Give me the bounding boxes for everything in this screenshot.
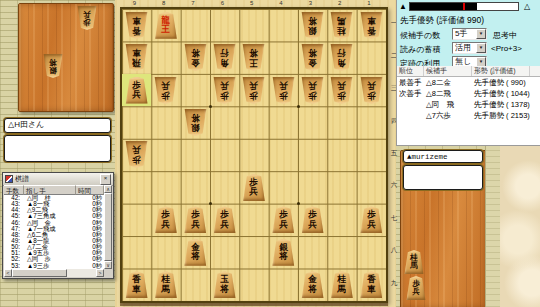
- sente-player-name: ▲murizeme: [403, 150, 483, 163]
- evaluation-text: 先手優勢 (評価値 990): [400, 15, 484, 27]
- shogi-piece-歩兵[interactable]: 歩兵: [154, 77, 177, 104]
- col-move-number: 手数: [4, 185, 24, 195]
- option-label-candidates: 候補手の数: [400, 30, 440, 41]
- shogi-piece-桂馬[interactable]: 桂馬: [154, 271, 177, 298]
- dropdown-value: 活用: [455, 43, 471, 53]
- shogi-piece-歩兵[interactable]: 歩兵: [272, 77, 295, 104]
- evaluation-bar-marker: [463, 3, 465, 10]
- kifu-column-headers: 手数 指し手 時間: [4, 185, 104, 195]
- gote-captured-tray: 歩兵銀将: [18, 3, 114, 112]
- shogi-piece-歩兵[interactable]: 歩兵: [125, 141, 148, 168]
- shogi-piece-金将[interactable]: 金将: [184, 239, 207, 266]
- evaluation-bar-fill: [410, 3, 477, 10]
- col-time: 時間: [76, 185, 104, 195]
- gote-mark-icon: △: [524, 2, 530, 11]
- file-label: 4: [279, 0, 282, 7]
- file-label: 8: [162, 0, 165, 7]
- kifu-window-icon: [5, 175, 13, 183]
- shogi-piece-銀将[interactable]: 銀将: [184, 109, 207, 136]
- gote-info-box: [4, 135, 111, 162]
- shogi-piece-香車[interactable]: 香車: [125, 12, 148, 39]
- file-label: 1: [367, 0, 370, 7]
- shogi-piece-金将[interactable]: 金将: [301, 271, 324, 298]
- shogi-piece-歩兵[interactable]: 歩兵: [301, 77, 324, 104]
- shogi-piece-歩兵[interactable]: 歩兵: [213, 206, 236, 233]
- engine-level: <Pro+3>: [491, 44, 522, 53]
- shogi-piece-飛車[interactable]: 飛車: [125, 44, 148, 71]
- shogi-piece-銀将[interactable]: 銀将: [43, 54, 63, 78]
- shogi-piece-金将[interactable]: 金将: [184, 44, 207, 71]
- kifu-horizontal-scrollbar[interactable]: < >: [4, 269, 104, 277]
- shogi-piece-龍王[interactable]: 龍王: [154, 12, 177, 39]
- kifu-vertical-scrollbar[interactable]: ∧ ∨: [104, 185, 112, 269]
- scroll-down-icon[interactable]: ∨: [104, 261, 112, 269]
- candidate-move-row[interactable]: 次善手△8二飛先手優勢 ( 1044): [397, 88, 540, 99]
- shogi-piece-歩兵[interactable]: 歩兵: [301, 206, 324, 233]
- rank-label: 九: [390, 279, 398, 288]
- file-label: 7: [191, 0, 194, 7]
- board-star-point: [209, 202, 212, 205]
- shogi-piece-歩兵[interactable]: 歩兵: [360, 206, 383, 233]
- shogi-piece-歩兵[interactable]: 歩兵: [406, 276, 426, 300]
- sente-mark-icon: ▲: [399, 2, 407, 11]
- shogi-piece-歩兵[interactable]: 歩兵: [154, 206, 177, 233]
- shogi-piece-香車[interactable]: 香車: [125, 271, 148, 298]
- file-label: 6: [221, 0, 224, 7]
- board-star-point: [297, 105, 300, 108]
- file-label: 2: [338, 0, 341, 7]
- file-label: 9: [133, 0, 136, 7]
- dropdown-value: 5手: [455, 29, 467, 39]
- shogi-piece-歩兵[interactable]: 歩兵: [242, 174, 265, 201]
- shogi-piece-桂馬[interactable]: 桂馬: [330, 12, 353, 39]
- candidate-move-row[interactable]: △同 飛先手優勢 ( 1378): [397, 99, 540, 110]
- shogi-piece-角行[interactable]: 角行: [330, 44, 353, 71]
- evaluation-bar: [409, 2, 519, 11]
- close-icon[interactable]: ×: [100, 174, 111, 185]
- board-star-point: [209, 105, 212, 108]
- shogi-piece-香車[interactable]: 香車: [360, 271, 383, 298]
- shogi-piece-王将[interactable]: 王将: [242, 44, 265, 71]
- gote-player-name: △H田さん: [4, 118, 111, 133]
- kifu-window: 棋譜 × 手数 指し手 時間 42:△同 桂0秒43:▲8一飛0秒44:△9二飛…: [2, 172, 114, 279]
- shogi-piece-桂馬[interactable]: 桂馬: [404, 250, 424, 274]
- option-label-memory: 読みの蓄積: [400, 44, 440, 55]
- scroll-right-icon[interactable]: >: [96, 269, 104, 277]
- candidate-rows: 最善手△8二金先手優勢 ( 990)次善手△8二飛先手優勢 ( 1044)△同 …: [397, 77, 540, 121]
- candidate-move-row[interactable]: 最善手△8二金先手優勢 ( 990): [397, 77, 540, 88]
- kifu-window-title: 棋譜: [15, 174, 100, 184]
- engine-settings-section: ▲ △ 先手優勢 (評価値 990) 候補手の数 5手 ▼ 思考中 読みの蓄積 …: [397, 0, 540, 66]
- shogi-piece-桂馬[interactable]: 桂馬: [330, 271, 353, 298]
- shogi-piece-歩兵[interactable]: 歩兵: [213, 77, 236, 104]
- rank-label: 五: [390, 149, 398, 158]
- shogi-board[interactable]: 香車龍王銀将桂馬香車飛車金将角行王将金将角行歩兵歩兵歩兵歩兵歩兵歩兵歩兵歩兵銀将…: [120, 7, 388, 303]
- chevron-down-icon[interactable]: ▼: [476, 29, 486, 39]
- shogi-piece-歩兵[interactable]: 歩兵: [242, 77, 265, 104]
- shogi-piece-歩兵[interactable]: 歩兵: [360, 77, 383, 104]
- candidates-dropdown[interactable]: 5手 ▼: [452, 28, 487, 40]
- file-label: 5: [250, 0, 253, 7]
- memory-dropdown[interactable]: 活用 ▼: [452, 42, 487, 54]
- col-rank: 順位: [397, 66, 424, 76]
- candidate-move-row[interactable]: △7六歩先手勝勢 ( 2153): [397, 110, 540, 121]
- kifu-move-row[interactable]: 53:▲9三歩0秒: [4, 263, 104, 269]
- shogi-piece-歩兵[interactable]: 歩兵: [272, 206, 295, 233]
- scroll-up-icon[interactable]: ∧: [104, 185, 112, 193]
- col-candidate-move: 候補手: [424, 66, 472, 76]
- piece-layer: 香車龍王銀将桂馬香車飛車金将角行王将金将角行歩兵歩兵歩兵歩兵歩兵歩兵歩兵歩兵銀将…: [122, 9, 386, 301]
- room-background: [500, 146, 540, 307]
- scroll-left-icon[interactable]: <: [4, 269, 12, 277]
- col-move: 指し手: [24, 185, 76, 195]
- engine-analysis-panel: ▲ △ 先手優勢 (評価値 990) 候補手の数 5手 ▼ 思考中 読みの蓄積 …: [396, 0, 540, 146]
- scrollbar-thumb[interactable]: [12, 269, 67, 277]
- shogi-piece-歩兵[interactable]: 歩兵: [77, 6, 97, 30]
- shogi-piece-金将[interactable]: 金将: [301, 44, 324, 71]
- shogi-piece-歩兵[interactable]: 歩兵: [184, 206, 207, 233]
- candidate-moves-table: 順位 候補手 形勢 (評価値) 最善手△8二金先手優勢 ( 990)次善手△8二…: [397, 66, 540, 145]
- kifu-move-list[interactable]: 42:△同 桂0秒43:▲8一飛0秒44:△9二飛0秒45:▲7三角成0秒46:…: [4, 195, 104, 269]
- rank-label: 七: [390, 214, 398, 223]
- shogi-piece-玉将[interactable]: 玉将: [213, 271, 236, 298]
- rank-label: 八: [390, 246, 398, 255]
- candidate-table-header: 順位 候補手 形勢 (評価値): [397, 66, 540, 77]
- sente-info-box: [403, 165, 483, 190]
- shogi-piece-角行[interactable]: 角行: [213, 44, 236, 71]
- shogi-app-window: 歩兵銀将 △H田さん 棋譜 × 手数 指し手 時間 42:△同 桂0秒43:▲8…: [0, 0, 540, 307]
- board-area: 987654321 香車龍王銀将桂馬香車飛車金将角行王将金将角行歩兵歩兵歩兵歩兵…: [115, 0, 396, 307]
- scrollbar-thumb[interactable]: [104, 193, 112, 261]
- col-evaluation: 形勢 (評価値): [472, 66, 530, 76]
- shogi-piece-歩兵[interactable]: 歩兵: [330, 77, 353, 104]
- file-label: 3: [309, 0, 312, 7]
- board-star-point: [297, 202, 300, 205]
- engine-status: 思考中: [493, 30, 517, 41]
- shogi-piece-銀将[interactable]: 銀将: [301, 12, 324, 39]
- chevron-down-icon[interactable]: ▼: [476, 43, 486, 53]
- shogi-piece-銀将[interactable]: 銀将: [272, 239, 295, 266]
- rank-label: 六: [390, 181, 398, 190]
- shogi-piece-香車[interactable]: 香車: [360, 12, 383, 39]
